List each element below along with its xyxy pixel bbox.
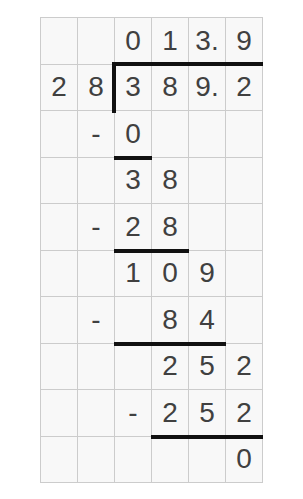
cell-r3c6	[226, 111, 262, 157]
cell-r4c4: 8	[152, 158, 188, 204]
cell-r3c3: 0	[115, 111, 151, 157]
cell-r9c6: 2	[226, 390, 262, 436]
cell-r5c4: 8	[152, 204, 188, 250]
cell-r10c5	[189, 437, 225, 483]
cell-r10c4	[152, 437, 188, 483]
cell-r7c2: -	[78, 297, 114, 343]
cell-r6c2	[78, 251, 114, 297]
long-division-grid: 013.928389.2-038-28109-84252-2520	[40, 17, 263, 483]
cell-r9c4: 2	[152, 390, 188, 436]
cell-r2c2: 8	[78, 65, 114, 111]
cell-r5c2: -	[78, 204, 114, 250]
cell-r6c3: 1	[115, 251, 151, 297]
cell-r10c2	[78, 437, 114, 483]
cell-r6c1	[41, 251, 77, 297]
cell-r5c1	[41, 204, 77, 250]
cell-r8c3	[115, 344, 151, 390]
cell-r2c1: 2	[41, 65, 77, 111]
cell-r1c2	[78, 18, 114, 64]
cell-r3c5	[189, 111, 225, 157]
cell-r10c1	[41, 437, 77, 483]
cell-r3c1	[41, 111, 77, 157]
cell-r2c5: 9.	[189, 65, 225, 111]
cell-r9c1	[41, 390, 77, 436]
cell-r1c6: 9	[226, 18, 262, 64]
cell-r7c3	[115, 297, 151, 343]
cell-r6c4: 0	[152, 251, 188, 297]
cell-r6c5: 9	[189, 251, 225, 297]
cell-r5c5	[189, 204, 225, 250]
cell-r8c6: 2	[226, 344, 262, 390]
cell-r2c4: 8	[152, 65, 188, 111]
cell-r1c1	[41, 18, 77, 64]
cell-r9c5: 5	[189, 390, 225, 436]
cell-r10c3	[115, 437, 151, 483]
cell-r7c1	[41, 297, 77, 343]
cell-r3c4	[152, 111, 188, 157]
cell-r7c6	[226, 297, 262, 343]
cell-r10c6: 0	[226, 437, 262, 483]
cell-r8c4: 2	[152, 344, 188, 390]
cell-r2c6: 2	[226, 65, 262, 111]
cell-r9c2	[78, 390, 114, 436]
cell-r4c1	[41, 158, 77, 204]
cell-r4c2	[78, 158, 114, 204]
cell-r8c1	[41, 344, 77, 390]
cell-r8c5: 5	[189, 344, 225, 390]
cell-r8c2	[78, 344, 114, 390]
cell-r2c3: 3	[115, 65, 151, 111]
cell-r1c3: 0	[115, 18, 151, 64]
cell-r5c6	[226, 204, 262, 250]
cell-r9c3: -	[115, 390, 151, 436]
cell-r5c3: 2	[115, 204, 151, 250]
cell-r3c2: -	[78, 111, 114, 157]
cell-r1c5: 3.	[189, 18, 225, 64]
cell-r6c6	[226, 251, 262, 297]
long-division-page: 013.928389.2-038-28109-84252-2520	[0, 0, 303, 499]
cell-r4c3: 3	[115, 158, 151, 204]
cell-r7c5: 4	[189, 297, 225, 343]
cell-r4c6	[226, 158, 262, 204]
cell-r1c4: 1	[152, 18, 188, 64]
cell-r7c4: 8	[152, 297, 188, 343]
cell-r4c5	[189, 158, 225, 204]
